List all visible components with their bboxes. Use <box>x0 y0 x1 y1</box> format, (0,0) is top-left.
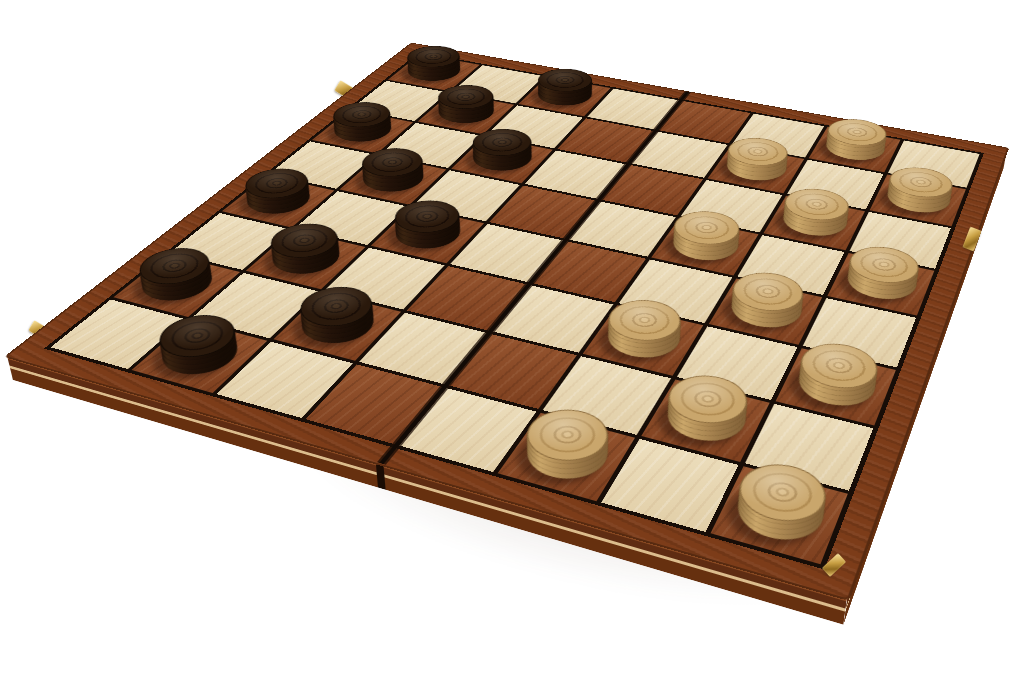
light-piece[interactable]: ⛀ <box>727 477 832 552</box>
dark-piece[interactable]: ⛂ <box>385 214 471 257</box>
light-piece[interactable]: ⛀ <box>790 357 882 416</box>
dark-piece[interactable]: ⛂ <box>324 115 401 148</box>
light-piece[interactable]: ⛀ <box>514 423 619 490</box>
light-piece[interactable]: ⛀ <box>657 389 755 452</box>
light-piece[interactable]: ⛀ <box>719 151 793 187</box>
square-7-1[interactable]: ⛀ <box>870 175 966 227</box>
dark-piece[interactable]: ⛂ <box>530 81 600 111</box>
light-piece[interactable]: ⛀ <box>881 180 954 219</box>
dark-piece[interactable]: ⛂ <box>353 161 434 198</box>
dark-piece[interactable]: ⛂ <box>399 58 469 86</box>
light-piece[interactable]: ⛀ <box>598 313 690 367</box>
square-6-0[interactable]: ⛀ <box>809 127 901 173</box>
scene: ⛂⛂⛀⛂⛀⛀⛂⛂⛀⛂⛀⛀⛂⛂⛀⛂⛀⛀⛂⛂⛀⛂⛀⛀ <box>0 0 1024 674</box>
light-piece[interactable]: ⛀ <box>776 202 853 243</box>
light-piece[interactable]: ⛀ <box>820 132 890 167</box>
checkers-board: ⛂⛂⛀⛂⛀⛀⛂⛂⛀⛂⛀⛀⛂⛂⛀⛂⛀⛀⛂⛂⛀⛂⛀⛀ <box>7 43 1007 598</box>
square-1-7[interactable]: ⛂ <box>132 320 268 393</box>
dark-piece[interactable]: ⛂ <box>289 300 386 352</box>
light-piece[interactable]: ⛀ <box>840 260 921 308</box>
dark-piece[interactable]: ⛂ <box>464 142 541 178</box>
dark-piece[interactable]: ⛂ <box>260 237 351 282</box>
square-5-5[interactable]: ⛀ <box>583 305 703 375</box>
dark-piece[interactable]: ⛂ <box>429 98 502 130</box>
light-piece[interactable]: ⛀ <box>723 286 809 337</box>
light-piece[interactable]: ⛀ <box>664 224 746 268</box>
